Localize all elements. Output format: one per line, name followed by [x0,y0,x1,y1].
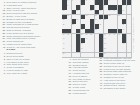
white-cell[interactable] [76,53,80,57]
cell-number: 12 [90,10,92,12]
black-cell [76,38,80,42]
cell-number: 7 [104,5,105,7]
white-cell[interactable] [72,53,76,57]
white-cell[interactable] [108,48,112,52]
white-cell[interactable] [108,43,112,47]
white-cell[interactable]: 35 [67,34,71,38]
white-cell[interactable]: 29 [99,24,103,28]
cell-number: 38 [90,34,92,36]
cell-number: 9 [127,5,128,7]
cell-number: 51 [81,48,83,50]
black-cell [118,5,122,9]
cell-number: 25 [99,19,101,21]
clue-item[interactable]: 26.Plains shelter [67,92,97,94]
cell-number: 33 [122,29,124,31]
cell-number: 2 [72,0,73,2]
black-cell [62,0,66,4]
white-cell[interactable]: 51 [81,48,85,52]
white-cell[interactable] [127,19,131,23]
white-cell[interactable] [95,38,99,42]
white-cell[interactable] [113,48,117,52]
cell-number: 10 [63,10,65,12]
cell-number: 30 [122,24,124,26]
white-cell[interactable] [81,19,85,23]
white-cell[interactable] [127,24,131,28]
white-cell[interactable] [127,15,131,19]
black-cell [99,43,103,47]
white-cell[interactable] [90,48,94,52]
white-cell[interactable] [113,0,117,4]
white-cell[interactable]: 5 [67,5,71,9]
white-cell[interactable]: 21 [118,15,122,19]
white-cell[interactable] [118,0,122,4]
white-cell[interactable] [127,34,131,38]
cell-number: 52 [104,48,106,50]
white-cell[interactable] [99,29,103,33]
cell-number: 34 [63,34,65,36]
white-cell[interactable] [127,10,131,14]
white-cell[interactable] [90,0,94,4]
clue-number: 47. [98,87,103,89]
black-cell [99,34,103,38]
white-cell[interactable] [81,10,85,14]
white-cell[interactable] [85,19,89,23]
white-cell[interactable] [85,48,89,52]
cell-number: 17 [67,15,69,17]
white-cell[interactable] [108,19,112,23]
white-cell[interactable]: 15 [113,10,117,14]
black-cell [99,48,103,52]
white-cell[interactable] [81,53,85,57]
cell-number: 6 [81,5,82,7]
clue-number: 8. [1,72,6,74]
white-cell[interactable] [108,24,112,28]
down-clue-column-middle: 9.Ripe for picking10.Old map initials11.… [67,58,97,103]
cell-number: 29 [99,24,101,26]
white-cell[interactable] [113,38,117,42]
clue-number: 43. [1,46,6,48]
cell-number: 8 [122,5,123,7]
cell-number: 49 [122,43,124,45]
white-cell[interactable]: 2 [72,0,76,4]
white-cell[interactable] [108,38,112,42]
cell-number: 23 [76,19,78,21]
white-cell[interactable] [113,43,117,47]
cell-number: 20 [109,15,111,17]
white-cell[interactable] [95,43,99,47]
white-cell[interactable] [85,53,89,57]
black-cell [76,43,80,47]
cell-number: 39 [104,34,106,36]
white-cell[interactable] [85,24,89,28]
clue-item[interactable]: 8.Wee drop for a Scot [1,72,60,74]
cell-number: 31 [81,29,83,31]
white-cell[interactable] [67,38,71,42]
white-cell[interactable]: 53 [62,53,66,57]
black-cell [122,34,126,38]
cell-number: 32 [95,29,97,31]
white-cell[interactable]: 11 [76,10,80,14]
white-cell[interactable]: 36 [81,34,85,38]
white-cell[interactable]: 4 [108,0,112,4]
white-cell[interactable]: 24 [95,19,99,23]
white-cell[interactable]: 18 [85,15,89,19]
cell-number: 43 [63,38,65,40]
white-cell[interactable]: 7 [104,5,108,9]
white-cell[interactable] [90,43,94,47]
cell-number: 40 [109,34,111,36]
white-cell[interactable]: 49 [122,43,126,47]
black-cell [90,19,94,23]
white-cell[interactable]: 6 [81,5,85,9]
white-cell[interactable]: 12 [90,10,94,14]
white-cell[interactable] [95,5,99,9]
white-cell[interactable]: 3 [85,0,89,4]
white-cell[interactable]: 13 [99,10,103,14]
across-clue-column: 1.Sea eagle of northern shores5.Plant st… [1,1,60,103]
cell-number: 35 [67,34,69,36]
black-cell [76,29,80,33]
cell-number: 53 [63,53,65,55]
white-cell[interactable]: 16 [122,10,126,14]
white-cell[interactable] [72,15,76,19]
cell-number: 28 [72,24,74,26]
white-cell[interactable] [67,19,71,23]
white-cell[interactable] [113,24,117,28]
white-cell[interactable] [104,10,108,14]
clue-text: Songbird of the dawn [104,87,139,89]
white-cell[interactable] [90,38,94,42]
white-cell[interactable] [127,43,131,47]
white-cell[interactable]: 17 [67,15,71,19]
cell-number: 16 [122,10,124,12]
white-cell[interactable] [113,19,117,23]
cell-number: 3 [86,0,87,2]
white-cell[interactable] [72,34,76,38]
white-cell[interactable] [90,53,94,57]
white-cell[interactable] [72,43,76,47]
cell-number: 41 [113,34,115,36]
black-cell [72,10,76,14]
clue-number: 26. [67,92,72,94]
white-cell[interactable]: 27 [62,24,66,28]
black-cell [90,24,94,28]
clue-text: Plains shelter [73,92,97,94]
white-cell[interactable] [118,24,122,28]
white-cell[interactable] [127,38,131,42]
white-cell[interactable] [127,29,131,33]
black-cell [99,38,103,42]
black-cell [76,34,80,38]
cell-number: 44 [86,38,88,40]
cell-number: 18 [86,15,88,17]
white-cell[interactable] [67,43,71,47]
white-cell[interactable] [95,34,99,38]
crossword-grid: 1234567891011121314151617181920212223242… [62,0,132,58]
white-cell[interactable]: 20 [108,15,112,19]
white-cell[interactable]: 23 [76,19,80,23]
cell-number: 5 [67,5,68,7]
cell-number: 11 [76,10,78,12]
white-cell[interactable] [72,38,76,42]
white-cell[interactable] [85,5,89,9]
cell-number: 50 [63,48,65,50]
white-cell[interactable]: 40 [108,34,112,38]
cell-number: 54 [104,53,106,55]
cell-number: 24 [95,19,97,21]
cell-number: 36 [81,34,83,36]
white-cell[interactable]: 44 [85,38,89,42]
white-cell[interactable]: 28 [72,24,76,28]
cell-number: 22 [63,19,65,21]
white-cell[interactable] [118,43,122,47]
white-cell[interactable] [118,48,122,52]
white-cell[interactable] [118,19,122,23]
cell-number: 26 [104,19,106,21]
white-cell[interactable] [122,15,126,19]
white-cell[interactable] [113,15,117,19]
cell-number: 19 [95,15,97,17]
white-cell[interactable] [67,53,71,57]
black-cell [99,0,103,4]
white-cell[interactable] [76,24,80,28]
clue-item[interactable]: 47.Songbird of the dawn [98,87,139,89]
white-cell[interactable] [122,48,126,52]
cell-number: 47 [81,43,83,45]
white-cell[interactable] [67,24,71,28]
black-cell [76,48,80,52]
white-cell[interactable]: 9 [127,5,131,9]
cell-number: 15 [113,10,115,12]
across-clue-list: 1.Sea eagle of northern shores5.Plant st… [1,1,60,48]
white-cell[interactable]: 33 [122,29,126,33]
white-cell[interactable] [90,15,94,19]
down-clue-list-left: 1.Salad green bit2.Deep sleep state3.Tak… [1,52,60,74]
cell-number: 27 [63,24,65,26]
white-cell[interactable]: 32 [95,29,99,33]
white-cell[interactable] [95,48,99,52]
white-cell[interactable] [72,48,76,52]
white-cell[interactable] [85,43,89,47]
down-clue-column-right: 27.Most uncommonly rare pair30.Lowland m… [98,57,139,103]
white-cell[interactable]: 26 [104,19,108,23]
white-cell[interactable]: 42 [118,34,122,38]
cell-number: 4 [109,0,110,2]
white-cell[interactable]: 41 [113,34,117,38]
cell-number: 1 [67,0,68,2]
white-cell[interactable] [127,48,131,52]
black-cell [81,15,85,19]
white-cell[interactable] [72,5,76,9]
cell-number: 46 [63,43,65,45]
cell-number: 37 [86,34,88,36]
cell-number: 42 [118,34,120,36]
white-cell[interactable] [76,0,80,4]
cell-number: 14 [109,10,111,12]
white-cell[interactable]: 10 [62,10,66,14]
white-cell[interactable]: 38 [90,34,94,38]
crossword-page: 1.Sea eagle of northern shores5.Plant st… [0,0,140,105]
cell-number: 13 [99,10,101,12]
cell-number: 48 [104,43,106,45]
black-cell [95,0,99,4]
white-cell[interactable] [67,48,71,52]
cell-number: 21 [118,15,120,17]
margin-credit-text: Daily Crossword Puzzle Feature [133,17,135,61]
clue-text: Wee drop for a Scot [7,72,60,74]
white-cell[interactable] [104,24,108,28]
cell-number: 45 [104,38,106,40]
white-cell[interactable] [72,29,76,33]
white-cell[interactable] [118,38,122,42]
